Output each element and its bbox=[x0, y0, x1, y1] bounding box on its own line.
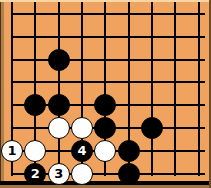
move-number-label: 1 bbox=[7, 144, 16, 157]
board-edge-bottom-brown bbox=[0, 185, 211, 188]
white-stone bbox=[94, 140, 116, 162]
move-number-label: 4 bbox=[78, 144, 87, 157]
grid-line-horizontal bbox=[11, 36, 205, 38]
white-stone bbox=[24, 140, 46, 162]
board-edge-right-dark bbox=[209, 0, 211, 188]
black-stone bbox=[118, 163, 140, 185]
black-stone bbox=[48, 49, 70, 71]
board-edge-left-brown bbox=[1, 0, 4, 188]
move-4-black-stone: 4 bbox=[71, 140, 93, 162]
black-stone bbox=[24, 94, 46, 116]
move-number-label: 3 bbox=[54, 167, 63, 180]
grid-line-horizontal bbox=[11, 13, 205, 15]
go-board-diagram: 1423 bbox=[0, 0, 211, 188]
grid-line-horizontal bbox=[11, 59, 205, 61]
black-stone bbox=[118, 140, 140, 162]
white-stone bbox=[48, 117, 70, 139]
black-stone bbox=[94, 117, 116, 139]
white-stone bbox=[71, 163, 93, 185]
white-stone bbox=[71, 117, 93, 139]
move-1-white-stone: 1 bbox=[1, 140, 23, 162]
move-number-label: 2 bbox=[31, 167, 40, 180]
move-3-white-stone: 3 bbox=[48, 163, 70, 185]
move-2-black-stone: 2 bbox=[24, 163, 46, 185]
grid-line-horizontal bbox=[11, 81, 205, 83]
black-stone bbox=[94, 94, 116, 116]
board-edge-left-dark bbox=[0, 0, 1, 188]
black-stone bbox=[48, 94, 70, 116]
black-stone bbox=[141, 117, 163, 139]
